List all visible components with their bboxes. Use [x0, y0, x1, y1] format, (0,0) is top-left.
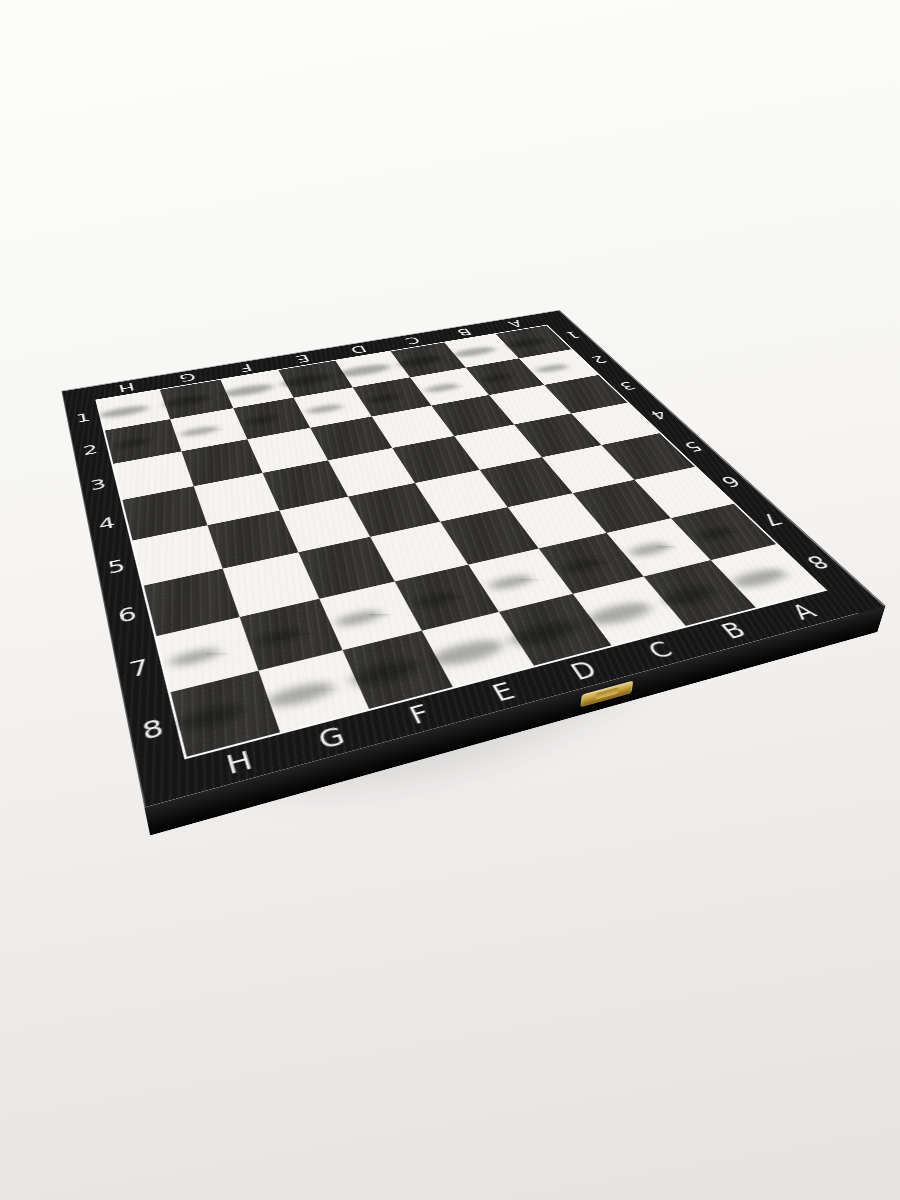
black-rook-glyph: ♜: [146, 623, 303, 720]
black-king-finial: [470, 539, 483, 552]
chess-board: HGFEDCBAHGFEDCBA1234567812345678 ♜♞♝♛♚♝♞…: [61, 310, 885, 808]
scene: HGFEDCBAHGFEDCBA1234567812345678 ♜♞♝♛♚♝♞…: [0, 0, 900, 1200]
product-photo-stage: HGFEDCBAHGFEDCBA1234567812345678 ♜♞♝♛♚♝♞…: [0, 0, 900, 1200]
white-king-finial: [310, 302, 319, 311]
white-queen-finial: [367, 286, 377, 304]
black-queen-finial: [547, 511, 561, 536]
